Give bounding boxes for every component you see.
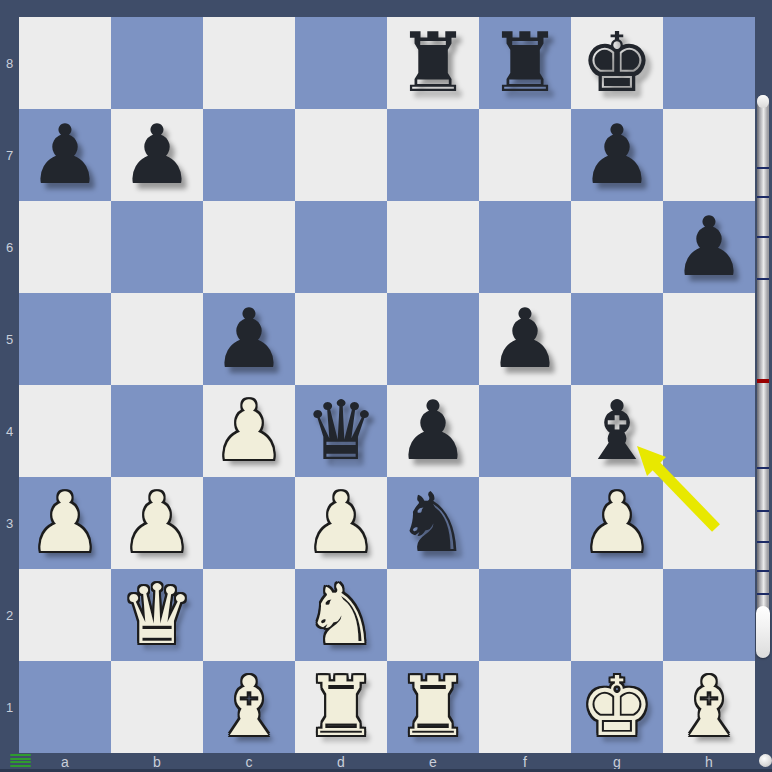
square-c4[interactable]: ♟ (203, 385, 295, 477)
eval-center-mark (757, 379, 769, 383)
rank-label-4: 4 (0, 385, 19, 477)
rank-label-8: 8 (0, 17, 19, 109)
piece-white-rook[interactable]: ♜ (387, 661, 479, 753)
square-h7[interactable] (663, 109, 755, 201)
piece-white-knight[interactable]: ♞ (295, 569, 387, 661)
square-b8[interactable] (111, 17, 203, 109)
square-h5[interactable] (663, 293, 755, 385)
square-c5[interactable]: ♟ (203, 293, 295, 385)
square-e3[interactable]: ♞ (387, 477, 479, 569)
square-a2[interactable] (19, 569, 111, 661)
square-a1[interactable] (19, 661, 111, 753)
piece-white-bishop[interactable]: ♝ (663, 661, 755, 753)
piece-black-pawn[interactable]: ♟ (111, 109, 203, 201)
eval-tick (757, 236, 769, 238)
piece-white-queen[interactable]: ♛ (111, 569, 203, 661)
square-e7[interactable] (387, 109, 479, 201)
piece-black-pawn[interactable]: ♟ (19, 109, 111, 201)
square-d4[interactable]: ♛ (295, 385, 387, 477)
rank-label-5: 5 (0, 293, 19, 385)
square-a3[interactable]: ♟ (19, 477, 111, 569)
square-h6[interactable]: ♟ (663, 201, 755, 293)
square-b1[interactable] (111, 661, 203, 753)
piece-black-pawn[interactable]: ♟ (571, 109, 663, 201)
piece-black-pawn[interactable]: ♟ (663, 201, 755, 293)
eval-tick (757, 510, 769, 512)
square-f2[interactable] (479, 569, 571, 661)
square-g2[interactable] (571, 569, 663, 661)
piece-black-bishop[interactable]: ♝ (571, 385, 663, 477)
piece-black-queen[interactable]: ♛ (295, 385, 387, 477)
piece-black-pawn[interactable]: ♟ (479, 293, 571, 385)
piece-black-knight[interactable]: ♞ (387, 477, 479, 569)
piece-black-rook[interactable]: ♜ (387, 17, 479, 109)
square-a8[interactable] (19, 17, 111, 109)
square-h3[interactable] (663, 477, 755, 569)
square-b6[interactable] (111, 201, 203, 293)
piece-black-pawn[interactable]: ♟ (203, 293, 295, 385)
chess-board: ♜♜♚♟♟♟♟♟♟♟♛♟♝♟♟♟♞♟♛♞♝♜♜♚♝ (19, 17, 755, 753)
square-f5[interactable]: ♟ (479, 293, 571, 385)
square-g8[interactable]: ♚ (571, 17, 663, 109)
corner-dot-button[interactable] (759, 754, 772, 767)
square-a7[interactable]: ♟ (19, 109, 111, 201)
square-b3[interactable]: ♟ (111, 477, 203, 569)
rank-label-7: 7 (0, 109, 19, 201)
square-g3[interactable]: ♟ (571, 477, 663, 569)
square-b2[interactable]: ♛ (111, 569, 203, 661)
square-e5[interactable] (387, 293, 479, 385)
square-c1[interactable]: ♝ (203, 661, 295, 753)
square-d5[interactable] (295, 293, 387, 385)
square-f4[interactable] (479, 385, 571, 477)
piece-white-rook[interactable]: ♜ (295, 661, 387, 753)
square-f3[interactable] (479, 477, 571, 569)
square-d1[interactable]: ♜ (295, 661, 387, 753)
chess-app-window: ♜♜♚♟♟♟♟♟♟♟♛♟♝♟♟♟♞♟♛♞♝♜♜♚♝ 87654321 abcde… (0, 0, 772, 772)
square-a4[interactable] (19, 385, 111, 477)
square-g7[interactable]: ♟ (571, 109, 663, 201)
rank-label-3: 3 (0, 477, 19, 569)
square-a6[interactable] (19, 201, 111, 293)
square-c2[interactable] (203, 569, 295, 661)
eval-tick (757, 278, 769, 280)
square-f1[interactable] (479, 661, 571, 753)
square-f8[interactable]: ♜ (479, 17, 571, 109)
piece-white-pawn[interactable]: ♟ (111, 477, 203, 569)
eval-tick (757, 196, 769, 198)
square-e8[interactable]: ♜ (387, 17, 479, 109)
square-d6[interactable] (295, 201, 387, 293)
square-h4[interactable] (663, 385, 755, 477)
square-g5[interactable] (571, 293, 663, 385)
evaluation-slider-cap (757, 95, 769, 108)
square-d3[interactable]: ♟ (295, 477, 387, 569)
evaluation-slider-track[interactable] (757, 95, 769, 657)
rank-label-6: 6 (0, 201, 19, 293)
piece-white-pawn[interactable]: ♟ (203, 385, 295, 477)
square-c7[interactable] (203, 109, 295, 201)
piece-white-pawn[interactable]: ♟ (19, 477, 111, 569)
square-e6[interactable] (387, 201, 479, 293)
piece-black-pawn[interactable]: ♟ (387, 385, 479, 477)
square-d2[interactable]: ♞ (295, 569, 387, 661)
evaluation-slider-thumb[interactable] (756, 606, 770, 658)
eval-tick (757, 167, 769, 169)
eval-tick (757, 541, 769, 543)
square-h2[interactable] (663, 569, 755, 661)
eval-tick (757, 593, 769, 595)
square-b4[interactable] (111, 385, 203, 477)
square-b5[interactable] (111, 293, 203, 385)
square-f7[interactable] (479, 109, 571, 201)
square-g4[interactable]: ♝ (571, 385, 663, 477)
square-a5[interactable] (19, 293, 111, 385)
square-e2[interactable] (387, 569, 479, 661)
menu-icon[interactable] (10, 754, 31, 767)
square-d8[interactable] (295, 17, 387, 109)
piece-white-pawn[interactable]: ♟ (295, 477, 387, 569)
square-c8[interactable] (203, 17, 295, 109)
square-e4[interactable]: ♟ (387, 385, 479, 477)
square-d7[interactable] (295, 109, 387, 201)
piece-white-king[interactable]: ♚ (571, 661, 663, 753)
square-h1[interactable]: ♝ (663, 661, 755, 753)
square-f6[interactable] (479, 201, 571, 293)
square-g1[interactable]: ♚ (571, 661, 663, 753)
square-g6[interactable] (571, 201, 663, 293)
square-h8[interactable] (663, 17, 755, 109)
eval-tick (757, 570, 769, 572)
rank-labels: 87654321 (0, 17, 19, 753)
rank-label-2: 2 (0, 569, 19, 661)
piece-white-pawn[interactable]: ♟ (571, 477, 663, 569)
rank-label-1: 1 (0, 661, 19, 753)
square-c6[interactable] (203, 201, 295, 293)
square-b7[interactable]: ♟ (111, 109, 203, 201)
square-e1[interactable]: ♜ (387, 661, 479, 753)
piece-black-rook[interactable]: ♜ (479, 17, 571, 109)
piece-white-bishop[interactable]: ♝ (203, 661, 295, 753)
square-c3[interactable] (203, 477, 295, 569)
piece-black-king[interactable]: ♚ (571, 17, 663, 109)
eval-tick (757, 467, 769, 469)
